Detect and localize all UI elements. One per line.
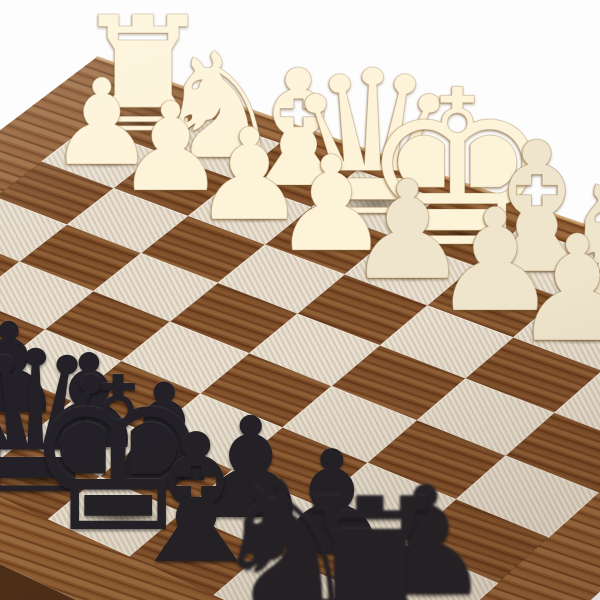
piece-black-rook-h8[interactable]: ♜	[280, 472, 460, 600]
piece-white-pawn-g2[interactable]: ♟	[511, 216, 600, 363]
chess-set-photo: ♞♝♛♚♝♞♜♟♟♟♟♟♟♟♟♟♟♟♟♟♟♟♟♜♞♝♛♚♝♞♜	[0, 0, 600, 600]
